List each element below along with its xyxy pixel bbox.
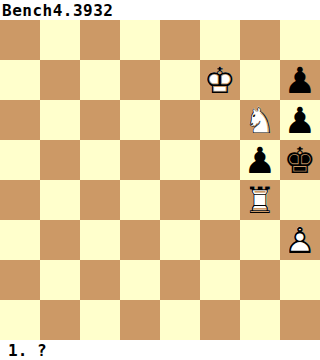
- square-d6[interactable]: [120, 100, 160, 140]
- square-g1[interactable]: [240, 300, 280, 340]
- square-c7[interactable]: [80, 60, 120, 100]
- square-d4[interactable]: [120, 180, 160, 220]
- square-b2[interactable]: [40, 260, 80, 300]
- bench-title: Bench4.3932: [0, 0, 320, 20]
- square-g5[interactable]: ♟: [240, 140, 280, 180]
- square-c8[interactable]: [80, 20, 120, 60]
- square-d7[interactable]: [120, 60, 160, 100]
- square-c6[interactable]: [80, 100, 120, 140]
- square-c3[interactable]: [80, 220, 120, 260]
- square-c2[interactable]: [80, 260, 120, 300]
- square-f7[interactable]: ♚♔: [200, 60, 240, 100]
- square-e6[interactable]: [160, 100, 200, 140]
- square-h8[interactable]: [280, 20, 320, 60]
- square-h5[interactable]: ♚: [280, 140, 320, 180]
- square-a8[interactable]: [0, 20, 40, 60]
- square-d1[interactable]: [120, 300, 160, 340]
- black-king: ♚: [280, 140, 320, 180]
- square-a2[interactable]: [0, 260, 40, 300]
- square-b3[interactable]: [40, 220, 80, 260]
- square-c4[interactable]: [80, 180, 120, 220]
- square-e1[interactable]: [160, 300, 200, 340]
- square-f2[interactable]: [200, 260, 240, 300]
- square-g3[interactable]: [240, 220, 280, 260]
- square-h1[interactable]: [280, 300, 320, 340]
- square-d3[interactable]: [120, 220, 160, 260]
- square-d8[interactable]: [120, 20, 160, 60]
- square-e5[interactable]: [160, 140, 200, 180]
- square-b8[interactable]: [40, 20, 80, 60]
- black-pawn: ♟: [280, 100, 320, 140]
- square-h7[interactable]: ♟: [280, 60, 320, 100]
- black-pawn: ♟: [280, 60, 320, 100]
- square-b5[interactable]: [40, 140, 80, 180]
- white-pawn: ♟♙: [280, 220, 320, 260]
- square-a4[interactable]: [0, 180, 40, 220]
- square-a7[interactable]: [0, 60, 40, 100]
- square-g6[interactable]: ♞♘: [240, 100, 280, 140]
- square-c1[interactable]: [80, 300, 120, 340]
- square-g2[interactable]: [240, 260, 280, 300]
- square-e3[interactable]: [160, 220, 200, 260]
- square-e2[interactable]: [160, 260, 200, 300]
- move-prompt: 1. ?: [0, 340, 320, 360]
- square-f5[interactable]: [200, 140, 240, 180]
- square-h2[interactable]: [280, 260, 320, 300]
- square-b7[interactable]: [40, 60, 80, 100]
- square-d2[interactable]: [120, 260, 160, 300]
- square-a5[interactable]: [0, 140, 40, 180]
- square-g8[interactable]: [240, 20, 280, 60]
- square-f4[interactable]: [200, 180, 240, 220]
- chess-board: ♚♔♟♞♘♟♟♚♜♖♟♙: [0, 20, 320, 340]
- white-king: ♚♔: [200, 60, 240, 100]
- square-e4[interactable]: [160, 180, 200, 220]
- square-f1[interactable]: [200, 300, 240, 340]
- square-f6[interactable]: [200, 100, 240, 140]
- square-a3[interactable]: [0, 220, 40, 260]
- square-e7[interactable]: [160, 60, 200, 100]
- white-rook: ♜♖: [240, 180, 280, 220]
- black-pawn: ♟: [240, 140, 280, 180]
- square-b4[interactable]: [40, 180, 80, 220]
- square-c5[interactable]: [80, 140, 120, 180]
- square-b6[interactable]: [40, 100, 80, 140]
- square-b1[interactable]: [40, 300, 80, 340]
- square-a6[interactable]: [0, 100, 40, 140]
- white-knight: ♞♘: [240, 100, 280, 140]
- square-d5[interactable]: [120, 140, 160, 180]
- square-e8[interactable]: [160, 20, 200, 60]
- square-g7[interactable]: [240, 60, 280, 100]
- square-g4[interactable]: ♜♖: [240, 180, 280, 220]
- square-h6[interactable]: ♟: [280, 100, 320, 140]
- square-f3[interactable]: [200, 220, 240, 260]
- square-h4[interactable]: [280, 180, 320, 220]
- square-f8[interactable]: [200, 20, 240, 60]
- square-a1[interactable]: [0, 300, 40, 340]
- square-h3[interactable]: ♟♙: [280, 220, 320, 260]
